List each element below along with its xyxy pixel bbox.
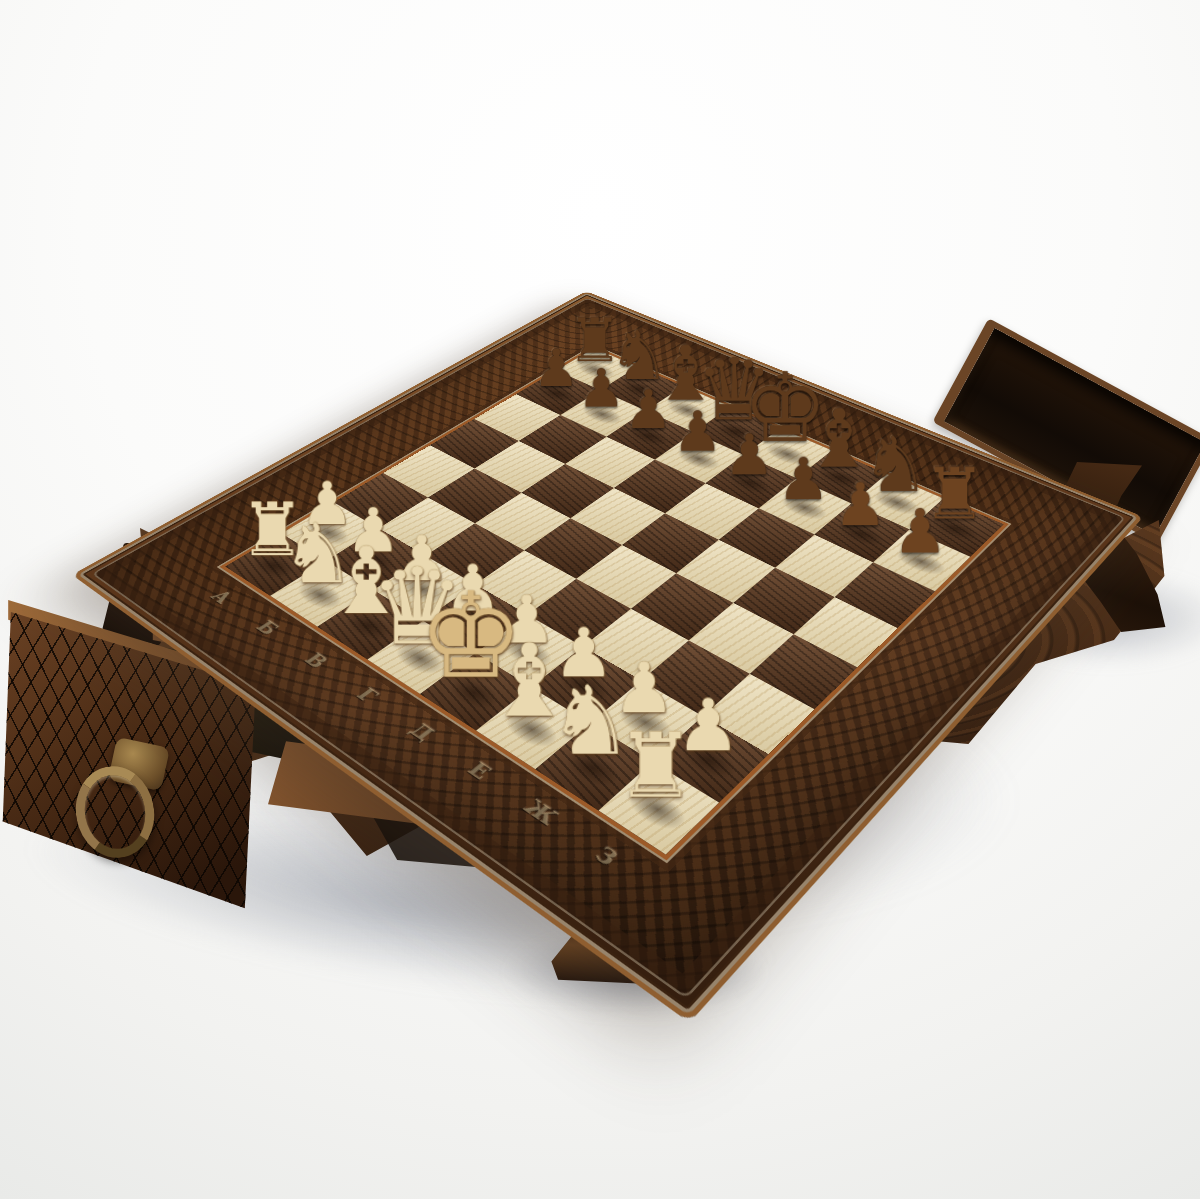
piece-black-pawn-e7[interactable]: ♟ [724, 426, 775, 483]
piece-black-pawn-g7[interactable]: ♟ [834, 474, 887, 533]
piece-black-pawn-h7[interactable]: ♟ [893, 500, 948, 561]
piece-black-pawn-d7[interactable]: ♟ [673, 403, 723, 458]
piece-black-pawn-b7[interactable]: ♟ [578, 361, 625, 414]
piece-black-pawn-f7[interactable]: ♟ [777, 450, 829, 508]
piece-black-pawn-a7[interactable]: ♟ [533, 342, 579, 394]
product-photo: АБВГДЕЖЗ ♜♞♝♛♚♝♞♜♟♟♟♟♟♟♟♟♟♟♟♟♟♟♟♟♜♞♝♛♚♝♞… [0, 0, 1200, 1199]
table-top-scene: АБВГДЕЖЗ ♜♞♝♛♚♝♞♜♟♟♟♟♟♟♟♟♟♟♟♟♟♟♟♟♜♞♝♛♚♝♞… [242, 165, 1002, 925]
playing-area: ♜♞♝♛♚♝♞♜♟♟♟♟♟♟♟♟♟♟♟♟♟♟♟♟♜♞♝♛♚♝♞♜ [220, 346, 1009, 861]
piece-white-rook-h1[interactable]: ♜ [615, 720, 695, 810]
piece-black-pawn-c7[interactable]: ♟ [624, 382, 672, 436]
